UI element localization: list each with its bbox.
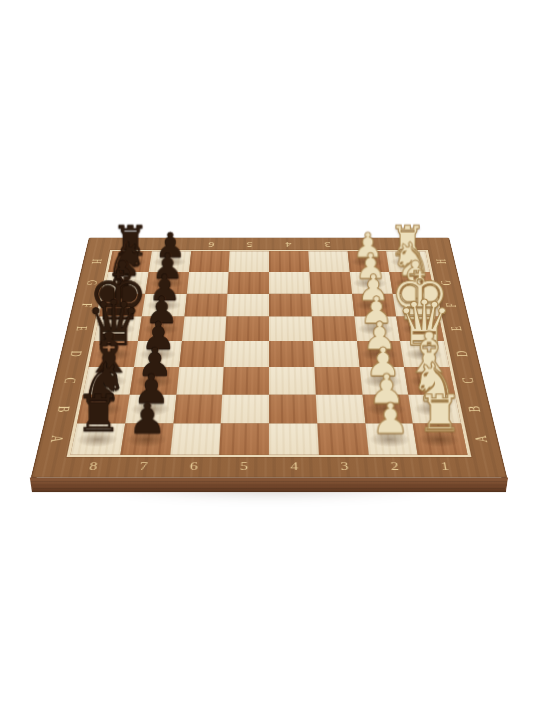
rank-label-8: 8 [66, 457, 120, 477]
rank-label-1: 1 [384, 238, 425, 250]
rank-label-4: 4 [269, 457, 320, 477]
file-label-H: H [75, 255, 117, 267]
square-f3 [310, 294, 354, 317]
rank-label-3: 3 [307, 238, 347, 250]
coords-far-edge: 87654321 [113, 238, 425, 250]
square-h4 [269, 251, 309, 272]
square-a7: ♟ [120, 424, 173, 455]
rank-label-5: 5 [218, 457, 269, 477]
square-e5 [225, 317, 269, 341]
board-3d-wrap: 87654321 87654321 HGFEDCBA HGFEDCBA ♜♟♟♜… [64, 136, 474, 546]
square-h6 [189, 251, 230, 272]
square-b6 [173, 394, 223, 423]
square-a1: ♜ [413, 424, 467, 455]
piece-white-pawn-a2: ♟ [372, 399, 410, 439]
rank-label-1: 1 [418, 457, 472, 477]
rank-label-7: 7 [117, 457, 170, 477]
rank-label-7: 7 [152, 238, 192, 250]
square-f5 [227, 294, 269, 317]
chessboard-product-photo: 87654321 87654321 HGFEDCBA HGFEDCBA ♜♟♟♜… [0, 0, 540, 720]
rank-label-6: 6 [191, 238, 231, 250]
rank-label-4: 4 [269, 238, 308, 250]
board-side-near [30, 478, 508, 493]
square-d6 [179, 341, 225, 367]
square-b3 [316, 394, 366, 423]
square-g6 [186, 272, 228, 294]
board-grid: ♜♟♟♜♞♟♟♞♝♟♟♝♚♟♟♚♛♟♟♛♝♟♟♝♞♟♟♞♜♟♟♜ [67, 250, 472, 457]
square-g3 [309, 272, 351, 294]
square-a5 [219, 424, 269, 455]
square-d4 [269, 341, 314, 367]
rank-label-2: 2 [346, 238, 386, 250]
rank-label-8: 8 [113, 238, 154, 250]
square-d5 [224, 341, 269, 367]
square-c4 [269, 367, 316, 394]
square-g4 [269, 272, 310, 294]
square-e6 [182, 317, 227, 341]
square-d3 [313, 341, 359, 367]
square-a3 [317, 424, 368, 455]
square-e4 [269, 317, 313, 341]
file-label-H: H [421, 255, 463, 267]
square-e3 [311, 317, 356, 341]
square-c3 [314, 367, 362, 394]
piece-black-pawn-a7: ♟ [128, 399, 166, 439]
rank-label-2: 2 [368, 457, 421, 477]
square-f4 [269, 294, 311, 317]
chess-board: 87654321 87654321 HGFEDCBA HGFEDCBA ♜♟♟♜… [31, 238, 507, 478]
square-a8: ♜ [70, 424, 124, 455]
rank-label-5: 5 [230, 238, 269, 250]
piece-black-rook-a8: ♜ [75, 390, 121, 439]
square-h5 [229, 251, 269, 272]
square-a4 [269, 424, 319, 455]
square-c6 [176, 367, 224, 394]
square-f6 [184, 294, 228, 317]
square-b5 [221, 394, 269, 423]
rank-label-3: 3 [319, 457, 371, 477]
square-g5 [228, 272, 269, 294]
piece-white-rook-a1: ♜ [417, 390, 463, 439]
square-b4 [269, 394, 317, 423]
square-a6 [170, 424, 221, 455]
rank-label-6: 6 [167, 457, 219, 477]
square-a2: ♟ [365, 424, 418, 455]
square-h3 [308, 251, 349, 272]
square-c5 [222, 367, 269, 394]
coords-near-edge: 87654321 [66, 457, 472, 477]
